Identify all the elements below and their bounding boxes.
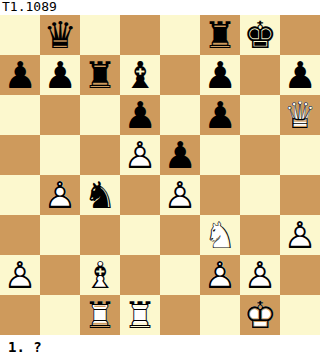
black-rook-piece: ♜ xyxy=(200,15,240,55)
black-knight-piece: ♞ xyxy=(80,175,120,215)
square-c4[interactable]: ♞ xyxy=(80,175,120,215)
square-b4[interactable]: ♟♙ xyxy=(40,175,80,215)
square-a8[interactable] xyxy=(0,15,40,55)
square-d1[interactable]: ♜♖ xyxy=(120,295,160,335)
square-f1[interactable] xyxy=(200,295,240,335)
white-pawn-piece: ♙ xyxy=(160,175,200,215)
square-g4[interactable] xyxy=(240,175,280,215)
square-d8[interactable] xyxy=(120,15,160,55)
square-b6[interactable] xyxy=(40,95,80,135)
square-c1[interactable]: ♜♖ xyxy=(80,295,120,335)
square-g8[interactable]: ♚ xyxy=(240,15,280,55)
square-e6[interactable] xyxy=(160,95,200,135)
square-e7[interactable] xyxy=(160,55,200,95)
square-g2[interactable]: ♟♙ xyxy=(240,255,280,295)
black-pawn-piece: ♟ xyxy=(280,55,320,95)
square-e8[interactable] xyxy=(160,15,200,55)
square-e5[interactable]: ♟ xyxy=(160,135,200,175)
white-pawn-piece: ♙ xyxy=(40,175,80,215)
square-f2[interactable]: ♟♙ xyxy=(200,255,240,295)
square-a4[interactable] xyxy=(0,175,40,215)
square-h8[interactable] xyxy=(280,15,320,55)
white-pawn-piece: ♙ xyxy=(200,255,240,295)
square-f5[interactable] xyxy=(200,135,240,175)
white-knight-piece: ♘ xyxy=(200,215,240,255)
square-f4[interactable] xyxy=(200,175,240,215)
square-b8[interactable]: ♛ xyxy=(40,15,80,55)
white-queen-piece: ♕ xyxy=(280,95,320,135)
white-pawn-piece: ♙ xyxy=(0,255,40,295)
square-b7[interactable]: ♟ xyxy=(40,55,80,95)
square-h4[interactable] xyxy=(280,175,320,215)
black-pawn-piece: ♟ xyxy=(200,95,240,135)
square-g7[interactable] xyxy=(240,55,280,95)
black-pawn-piece: ♟ xyxy=(160,135,200,175)
square-a3[interactable] xyxy=(0,215,40,255)
square-f3[interactable]: ♞♘ xyxy=(200,215,240,255)
square-d7[interactable]: ♝ xyxy=(120,55,160,95)
square-c6[interactable] xyxy=(80,95,120,135)
square-b1[interactable] xyxy=(40,295,80,335)
black-bishop-piece: ♝ xyxy=(120,55,160,95)
square-c2[interactable]: ♝♗ xyxy=(80,255,120,295)
square-a5[interactable] xyxy=(0,135,40,175)
white-pawn-piece: ♙ xyxy=(240,255,280,295)
white-king-piece: ♔ xyxy=(240,295,280,335)
white-rook-piece: ♖ xyxy=(80,295,120,335)
square-g6[interactable] xyxy=(240,95,280,135)
square-b5[interactable] xyxy=(40,135,80,175)
square-a6[interactable] xyxy=(0,95,40,135)
black-pawn-piece: ♟ xyxy=(40,55,80,95)
square-h5[interactable] xyxy=(280,135,320,175)
square-a1[interactable] xyxy=(0,295,40,335)
square-d3[interactable] xyxy=(120,215,160,255)
black-pawn-piece: ♟ xyxy=(120,95,160,135)
square-a7[interactable]: ♟ xyxy=(0,55,40,95)
square-f6[interactable]: ♟ xyxy=(200,95,240,135)
square-c5[interactable] xyxy=(80,135,120,175)
square-b2[interactable] xyxy=(40,255,80,295)
square-e3[interactable] xyxy=(160,215,200,255)
square-b3[interactable] xyxy=(40,215,80,255)
square-e1[interactable] xyxy=(160,295,200,335)
white-rook-piece: ♖ xyxy=(120,295,160,335)
square-f8[interactable]: ♜ xyxy=(200,15,240,55)
square-g3[interactable] xyxy=(240,215,280,255)
white-pawn-piece: ♙ xyxy=(120,135,160,175)
square-h1[interactable] xyxy=(280,295,320,335)
black-pawn-piece: ♟ xyxy=(0,55,40,95)
chess-board: ♛♜♚♟♟♜♝♟♟♟♟♛♕♟♙♟♟♙♞♟♙♞♘♟♙♟♙♝♗♟♙♟♙♜♖♜♖♚♔ xyxy=(0,15,320,335)
square-d2[interactable] xyxy=(120,255,160,295)
square-c8[interactable] xyxy=(80,15,120,55)
square-a2[interactable]: ♟♙ xyxy=(0,255,40,295)
square-c7[interactable]: ♜ xyxy=(80,55,120,95)
white-bishop-piece: ♗ xyxy=(80,255,120,295)
square-h3[interactable]: ♟♙ xyxy=(280,215,320,255)
square-d6[interactable]: ♟ xyxy=(120,95,160,135)
black-rook-piece: ♜ xyxy=(80,55,120,95)
black-king-piece: ♚ xyxy=(240,15,280,55)
square-d4[interactable] xyxy=(120,175,160,215)
square-f7[interactable]: ♟ xyxy=(200,55,240,95)
square-h7[interactable]: ♟ xyxy=(280,55,320,95)
square-g5[interactable] xyxy=(240,135,280,175)
square-d5[interactable]: ♟♙ xyxy=(120,135,160,175)
square-e4[interactable]: ♟♙ xyxy=(160,175,200,215)
white-pawn-piece: ♙ xyxy=(280,215,320,255)
square-h6[interactable]: ♛♕ xyxy=(280,95,320,135)
square-h2[interactable] xyxy=(280,255,320,295)
square-e2[interactable] xyxy=(160,255,200,295)
black-queen-piece: ♛ xyxy=(40,15,80,55)
black-pawn-piece: ♟ xyxy=(200,55,240,95)
puzzle-title: T1.1089 xyxy=(0,0,320,15)
square-g1[interactable]: ♚♔ xyxy=(240,295,280,335)
move-prompt: 1. ? xyxy=(0,335,320,360)
square-c3[interactable] xyxy=(80,215,120,255)
